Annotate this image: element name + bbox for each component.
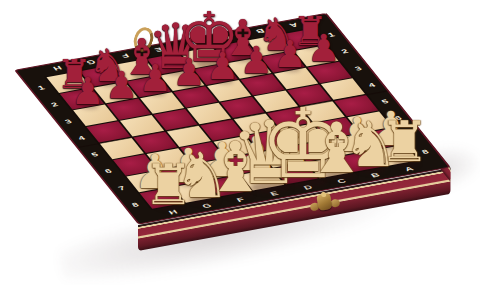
pieces-layer: ♜♞♝♛♚♝♞♜♟♟♟♟♟♟♟♟♟♟♟♟♟♟♟♟♜♞♝♛♚♝♞♜: [0, 0, 480, 285]
product-photo-scene: 11HH22GG33FF44EE55DD66CC77BB88AA ♜♞♝♛♚♝♞…: [0, 0, 480, 285]
piece-red-pawn-e2[interactable]: ♟: [172, 55, 205, 92]
piece-red-pawn-c2[interactable]: ♟: [240, 42, 273, 79]
piece-red-pawn-f2[interactable]: ♟: [138, 61, 171, 98]
piece-red-pawn-d2[interactable]: ♟: [206, 48, 239, 85]
piece-red-pawn-b2[interactable]: ♟: [273, 36, 306, 73]
piece-red-pawn-a2[interactable]: ♟: [307, 30, 340, 67]
piece-wood-rook-a8[interactable]: ♜: [379, 114, 429, 170]
piece-red-pawn-h2[interactable]: ♟: [71, 73, 104, 110]
piece-red-pawn-g2[interactable]: ♟: [105, 67, 138, 104]
